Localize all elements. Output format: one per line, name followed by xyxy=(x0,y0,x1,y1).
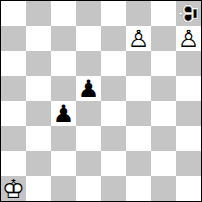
square-b1[interactable] xyxy=(26,176,51,201)
square-c8[interactable] xyxy=(51,1,76,26)
black-pawn[interactable]: ♟ xyxy=(51,101,76,126)
square-d3[interactable] xyxy=(76,126,101,151)
square-b6[interactable] xyxy=(26,51,51,76)
white-king-outline-glyph: ♔ xyxy=(1,176,26,201)
square-a7[interactable] xyxy=(1,26,26,51)
square-f7[interactable]: ♟♙ xyxy=(126,26,151,51)
square-a8[interactable] xyxy=(1,1,26,26)
square-a1[interactable]: ♚♔ xyxy=(1,176,26,201)
white-pawn-fill-glyph: ♟ xyxy=(176,26,201,51)
black-king-rotated[interactable]: ♚♔ xyxy=(176,1,201,26)
square-d1[interactable] xyxy=(76,176,101,201)
square-d5[interactable]: ♟ xyxy=(76,76,101,101)
square-d8[interactable] xyxy=(76,1,101,26)
board-frame: ♚♔♟♙♟♙♟♟♚♔ xyxy=(0,0,202,202)
square-e5[interactable] xyxy=(101,76,126,101)
square-g1[interactable] xyxy=(151,176,176,201)
square-h8[interactable]: ♚♔ xyxy=(176,1,201,26)
square-g2[interactable] xyxy=(151,151,176,176)
square-a5[interactable] xyxy=(1,76,26,101)
white-king-fill-glyph: ♚ xyxy=(1,176,26,201)
square-f6[interactable] xyxy=(126,51,151,76)
square-a6[interactable] xyxy=(1,51,26,76)
square-b2[interactable] xyxy=(26,151,51,176)
square-e7[interactable] xyxy=(101,26,126,51)
square-h4[interactable] xyxy=(176,101,201,126)
square-e1[interactable] xyxy=(101,176,126,201)
white-pawn-fill-glyph: ♟ xyxy=(126,26,151,51)
black-pawn-fill-glyph: ♟ xyxy=(76,76,101,101)
square-c4[interactable]: ♟ xyxy=(51,101,76,126)
square-a4[interactable] xyxy=(1,101,26,126)
square-g7[interactable] xyxy=(151,26,176,51)
square-f5[interactable] xyxy=(126,76,151,101)
square-e4[interactable] xyxy=(101,101,126,126)
square-c1[interactable] xyxy=(51,176,76,201)
square-d2[interactable] xyxy=(76,151,101,176)
square-e2[interactable] xyxy=(101,151,126,176)
square-c7[interactable] xyxy=(51,26,76,51)
square-e8[interactable] xyxy=(101,1,126,26)
chess-board: ♚♔♟♙♟♙♟♟♚♔ xyxy=(1,1,201,201)
square-f2[interactable] xyxy=(126,151,151,176)
square-a2[interactable] xyxy=(1,151,26,176)
black-pawn[interactable]: ♟ xyxy=(76,76,101,101)
square-e3[interactable] xyxy=(101,126,126,151)
black-pawn-fill-glyph: ♟ xyxy=(51,101,76,126)
square-c3[interactable] xyxy=(51,126,76,151)
white-pawn-outline-glyph: ♙ xyxy=(176,26,201,51)
square-e6[interactable] xyxy=(101,51,126,76)
white-king[interactable]: ♚♔ xyxy=(1,176,26,201)
square-d6[interactable] xyxy=(76,51,101,76)
white-pawn-outline-glyph: ♙ xyxy=(126,26,151,51)
square-b3[interactable] xyxy=(26,126,51,151)
square-b7[interactable] xyxy=(26,26,51,51)
square-b5[interactable] xyxy=(26,76,51,101)
square-h1[interactable] xyxy=(176,176,201,201)
square-g5[interactable] xyxy=(151,76,176,101)
square-h3[interactable] xyxy=(176,126,201,151)
black-king-fill-glyph: ♚ xyxy=(176,1,201,26)
square-f8[interactable] xyxy=(126,1,151,26)
square-d7[interactable] xyxy=(76,26,101,51)
square-h6[interactable] xyxy=(176,51,201,76)
square-c6[interactable] xyxy=(51,51,76,76)
square-f3[interactable] xyxy=(126,126,151,151)
square-h5[interactable] xyxy=(176,76,201,101)
square-g3[interactable] xyxy=(151,126,176,151)
square-h2[interactable] xyxy=(176,151,201,176)
black-king-outline-glyph: ♔ xyxy=(176,1,201,26)
square-a3[interactable] xyxy=(1,126,26,151)
square-h7[interactable]: ♟♙ xyxy=(176,26,201,51)
square-c5[interactable] xyxy=(51,76,76,101)
square-f4[interactable] xyxy=(126,101,151,126)
square-b8[interactable] xyxy=(26,1,51,26)
square-d4[interactable] xyxy=(76,101,101,126)
square-g8[interactable] xyxy=(151,1,176,26)
square-g4[interactable] xyxy=(151,101,176,126)
square-c2[interactable] xyxy=(51,151,76,176)
white-pawn[interactable]: ♟♙ xyxy=(126,26,151,51)
square-b4[interactable] xyxy=(26,101,51,126)
white-pawn[interactable]: ♟♙ xyxy=(176,26,201,51)
square-g6[interactable] xyxy=(151,51,176,76)
square-f1[interactable] xyxy=(126,176,151,201)
